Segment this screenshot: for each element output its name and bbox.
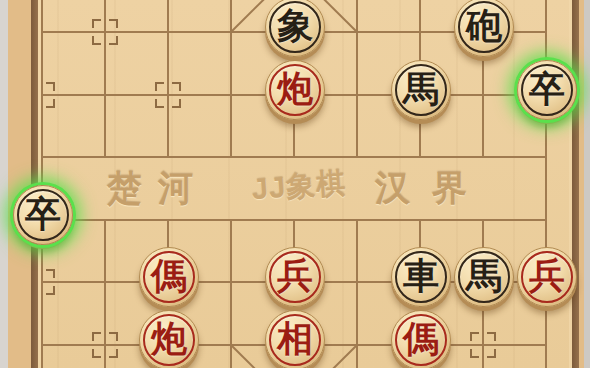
board-border-highlight-right bbox=[569, 0, 572, 368]
piece-glyph: 炮 bbox=[140, 311, 198, 368]
piece-glyph: 炮 bbox=[266, 61, 324, 119]
app-logo-watermark: JJ象棋 bbox=[251, 164, 348, 210]
point-marker bbox=[470, 332, 496, 358]
app-background-left bbox=[0, 0, 8, 368]
piece-red-cannon[interactable]: 炮 bbox=[265, 60, 325, 120]
piece-glyph: 傌 bbox=[140, 248, 198, 306]
board-border-right bbox=[572, 0, 579, 368]
piece-glyph: 馬 bbox=[392, 61, 450, 119]
piece-red-soldier[interactable]: 兵 bbox=[517, 247, 577, 307]
piece-glyph: 卒 bbox=[14, 186, 72, 244]
xiangqi-app: 楚河 JJ象棋 汉界 象砲炮馬卒卒傌兵車馬兵炮相傌 bbox=[0, 0, 590, 368]
point-marker bbox=[92, 332, 118, 358]
piece-glyph: 象 bbox=[266, 0, 324, 56]
piece-black-chariot[interactable]: 車 bbox=[391, 247, 451, 307]
piece-glyph: 卒 bbox=[518, 61, 576, 119]
piece-black-elephant[interactable]: 象 bbox=[265, 0, 325, 57]
piece-glyph: 砲 bbox=[455, 0, 513, 56]
piece-glyph: 兵 bbox=[518, 248, 576, 306]
river-label-chu-he: 楚河 bbox=[107, 165, 209, 212]
board-file-line bbox=[545, 0, 547, 368]
piece-red-horse[interactable]: 傌 bbox=[139, 247, 199, 307]
piece-glyph: 車 bbox=[392, 248, 450, 306]
piece-red-soldier[interactable]: 兵 bbox=[265, 247, 325, 307]
point-marker bbox=[29, 82, 55, 108]
piece-glyph: 傌 bbox=[392, 311, 450, 368]
point-marker bbox=[92, 19, 118, 45]
piece-black-soldier[interactable]: 卒 bbox=[517, 60, 577, 120]
board-border-left bbox=[31, 0, 38, 368]
board-file-line bbox=[230, 0, 232, 157]
board-file-line bbox=[167, 0, 169, 157]
river-label-han-jie: 汉界 bbox=[375, 165, 489, 212]
piece-glyph: 兵 bbox=[266, 248, 324, 306]
piece-red-elephant[interactable]: 相 bbox=[265, 310, 325, 368]
board-outer-margin-left bbox=[8, 0, 31, 368]
piece-black-soldier[interactable]: 卒 bbox=[13, 185, 73, 245]
piece-glyph: 相 bbox=[266, 311, 324, 368]
xiangqi-board[interactable]: 楚河 JJ象棋 汉界 象砲炮馬卒卒傌兵車馬兵炮相傌 bbox=[0, 0, 590, 368]
point-marker bbox=[155, 82, 181, 108]
point-marker bbox=[29, 269, 55, 295]
piece-glyph: 馬 bbox=[455, 248, 513, 306]
board-file-line bbox=[356, 0, 358, 157]
piece-black-cannon[interactable]: 砲 bbox=[454, 0, 514, 57]
app-background-right bbox=[584, 0, 590, 368]
piece-black-horse[interactable]: 馬 bbox=[391, 60, 451, 120]
piece-black-horse[interactable]: 馬 bbox=[454, 247, 514, 307]
piece-red-cannon[interactable]: 炮 bbox=[139, 310, 199, 368]
piece-red-horse[interactable]: 傌 bbox=[391, 310, 451, 368]
